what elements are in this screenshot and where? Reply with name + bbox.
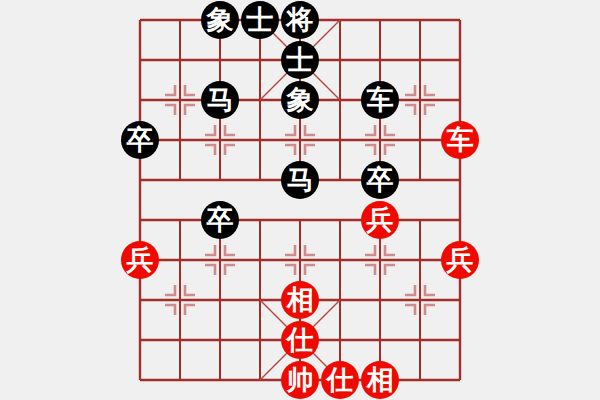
piece-red-chariot-i3[interactable]: 车 [441, 121, 479, 159]
piece-red-pawn-g5[interactable]: 兵 [361, 201, 399, 239]
piece-red-advisor-e8[interactable]: 仕 [281, 321, 319, 359]
piece-red-pawn-a6[interactable]: 兵 [121, 241, 159, 279]
piece-black-elephant-e2[interactable]: 象 [281, 81, 319, 119]
piece-black-chariot-g2[interactable]: 车 [361, 81, 399, 119]
xiangqi-board: 象士将士马象车卒车马卒卒兵兵兵相仕帅仕相 [0, 0, 600, 400]
piece-black-elephant-c0[interactable]: 象 [201, 1, 239, 39]
piece-black-horse-e4[interactable]: 马 [281, 161, 319, 199]
piece-red-general-e9[interactable]: 帅 [281, 361, 319, 399]
piece-red-pawn-i6[interactable]: 兵 [441, 241, 479, 279]
piece-black-pawn-a3[interactable]: 卒 [121, 121, 159, 159]
piece-red-advisor-f9[interactable]: 仕 [321, 361, 359, 399]
piece-black-advisor-d0[interactable]: 士 [241, 1, 279, 39]
piece-red-elephant-g9[interactable]: 相 [361, 361, 399, 399]
piece-layer: 象士将士马象车卒车马卒卒兵兵兵相仕帅仕相 [120, 0, 480, 400]
piece-red-elephant-e7[interactable]: 相 [281, 281, 319, 319]
piece-black-advisor-e1[interactable]: 士 [281, 41, 319, 79]
piece-black-horse-c2[interactable]: 马 [201, 81, 239, 119]
piece-black-pawn-g4[interactable]: 卒 [361, 161, 399, 199]
piece-black-pawn-c5[interactable]: 卒 [201, 201, 239, 239]
piece-black-general-e0[interactable]: 将 [281, 1, 319, 39]
